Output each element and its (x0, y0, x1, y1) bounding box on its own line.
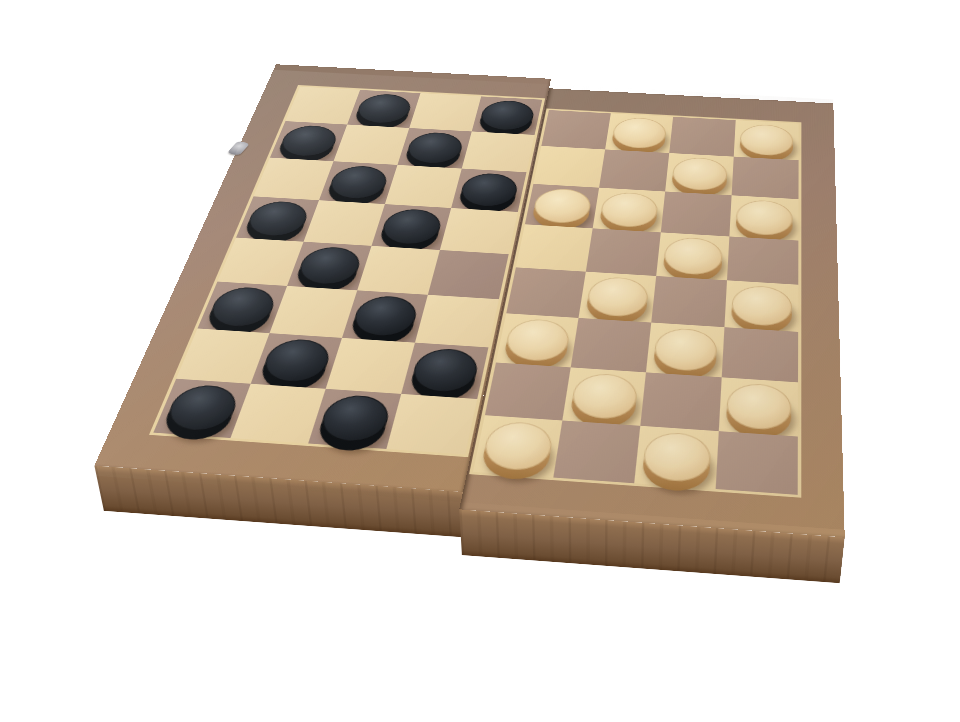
piece-shadow (733, 295, 796, 338)
light-checker[interactable] (599, 191, 659, 228)
square-g5 (656, 232, 729, 280)
square-d2 (401, 343, 488, 399)
light-checker[interactable] (585, 276, 649, 318)
square-h1 (716, 431, 798, 495)
square-d4 (428, 250, 509, 299)
piece-shadow (257, 349, 334, 396)
box-front-face-right (459, 509, 844, 583)
square-f7 (599, 149, 669, 191)
square-d1 (386, 394, 477, 455)
piece-shadow (654, 338, 721, 384)
square-e3 (496, 313, 579, 367)
square-g3 (646, 323, 724, 378)
square-c2 (326, 338, 415, 394)
square-b3 (270, 286, 358, 338)
light-checker[interactable] (726, 382, 792, 431)
square-h4 (724, 280, 798, 332)
piece-shadow (409, 358, 483, 406)
piece-side (479, 429, 553, 481)
piece-top (259, 338, 335, 384)
light-checker[interactable] (735, 199, 792, 236)
piece-top (731, 285, 792, 328)
light-checker[interactable] (481, 420, 555, 472)
piece-shadow (643, 443, 715, 496)
black-checker[interactable] (458, 172, 520, 208)
square-d6 (451, 169, 526, 212)
light-checker[interactable] (731, 285, 792, 328)
light-checker[interactable] (642, 431, 712, 483)
piece-side (652, 335, 717, 381)
light-checker[interactable] (611, 117, 667, 150)
piece-top (162, 384, 243, 433)
square-a3 (197, 282, 287, 334)
box-front-face-left (94, 465, 465, 537)
piece-side (347, 302, 419, 346)
piece-side (158, 392, 239, 442)
piece-side (256, 346, 332, 393)
square-a4 (217, 238, 303, 286)
square-d5 (440, 208, 518, 254)
piece-top (316, 394, 393, 444)
piece-top (295, 246, 365, 286)
clasp-icon (227, 141, 250, 156)
light-checker[interactable] (503, 318, 571, 363)
square-b8 (347, 90, 420, 128)
square-h7 (732, 157, 799, 200)
square-b2 (251, 333, 342, 389)
square-d8 (472, 96, 542, 134)
piece-shadow (160, 395, 243, 445)
square-c6 (385, 165, 462, 208)
square-c4 (357, 246, 440, 295)
square-e1 (473, 415, 562, 477)
piece-top (663, 236, 724, 276)
square-h5 (727, 236, 798, 284)
square-h8 (734, 120, 799, 160)
square-c3 (342, 290, 428, 342)
piece-side (407, 355, 480, 402)
square-c5 (372, 204, 452, 250)
square-a1 (153, 379, 250, 438)
square-f8 (605, 113, 673, 153)
square-c7 (397, 128, 471, 169)
piece-shadow (204, 296, 280, 339)
piece-side (502, 325, 571, 370)
square-g4 (651, 276, 727, 327)
piece-shadow (586, 286, 652, 329)
piece-top (642, 431, 712, 483)
square-f3 (571, 318, 652, 372)
black-checker[interactable] (243, 200, 312, 238)
piece-side (314, 402, 392, 452)
square-a2 (176, 328, 269, 383)
piece-top (585, 276, 649, 318)
light-checker[interactable] (531, 188, 592, 225)
piece-shadow (571, 384, 642, 433)
piece-top (503, 318, 571, 363)
black-checker[interactable] (350, 295, 421, 338)
square-e7 (533, 146, 605, 188)
light-checker[interactable] (671, 157, 728, 192)
square-e2 (485, 362, 571, 420)
piece-shadow (315, 405, 394, 456)
light-checker[interactable] (653, 327, 718, 372)
piece-side (202, 293, 277, 336)
piece-top (570, 372, 639, 420)
black-checker[interactable] (478, 100, 536, 132)
square-h3 (722, 327, 798, 382)
product-photo-scene (0, 0, 960, 722)
black-checker[interactable] (404, 131, 466, 165)
square-f1 (553, 420, 640, 483)
square-g2 (640, 372, 721, 431)
square-c1 (308, 389, 401, 449)
piece-top (205, 286, 279, 329)
piece-top (409, 347, 481, 394)
black-checker[interactable] (295, 246, 365, 286)
piece-shadow (728, 394, 795, 444)
light-checker[interactable] (570, 372, 639, 420)
black-checker[interactable] (409, 347, 481, 394)
piece-top (481, 420, 555, 472)
black-checker[interactable] (316, 394, 393, 444)
piece-top (653, 327, 718, 372)
square-b4 (287, 242, 371, 291)
square-f6 (593, 188, 665, 233)
piece-side (568, 380, 638, 429)
black-checker[interactable] (326, 165, 391, 201)
black-checker[interactable] (205, 286, 279, 329)
piece-top (726, 382, 792, 431)
square-h6 (729, 195, 798, 240)
black-checker[interactable] (277, 124, 341, 157)
square-e8 (541, 110, 610, 149)
square-g7 (665, 153, 734, 195)
box-right-side-face (830, 103, 845, 584)
square-e6 (525, 184, 599, 228)
square-f4 (579, 272, 657, 323)
piece-top (350, 295, 421, 338)
piece-side (641, 440, 712, 493)
square-g6 (661, 191, 732, 236)
square-e4 (506, 267, 586, 318)
piece-shadow (481, 432, 557, 485)
square-b1 (230, 384, 325, 444)
square-f2 (562, 367, 646, 425)
square-d7 (462, 131, 535, 172)
light-checker[interactable] (739, 124, 793, 157)
piece-side (725, 390, 791, 440)
black-checker[interactable] (162, 384, 243, 433)
square-d3 (415, 295, 499, 348)
square-c8 (409, 93, 481, 131)
square-g8 (669, 117, 735, 157)
piece-shadow (504, 328, 574, 374)
piece-shadow (349, 305, 422, 349)
checkers-board (90, 70, 845, 530)
square-e5 (516, 224, 593, 271)
black-checker[interactable] (259, 338, 335, 384)
square-h2 (719, 377, 798, 436)
black-checker[interactable] (379, 208, 445, 246)
square-g1 (634, 426, 719, 489)
light-checker[interactable] (663, 236, 724, 276)
black-checker[interactable] (354, 93, 415, 125)
square-f5 (586, 228, 661, 276)
piece-side (731, 292, 792, 335)
square-b7 (334, 125, 410, 165)
piece-side (584, 283, 649, 326)
